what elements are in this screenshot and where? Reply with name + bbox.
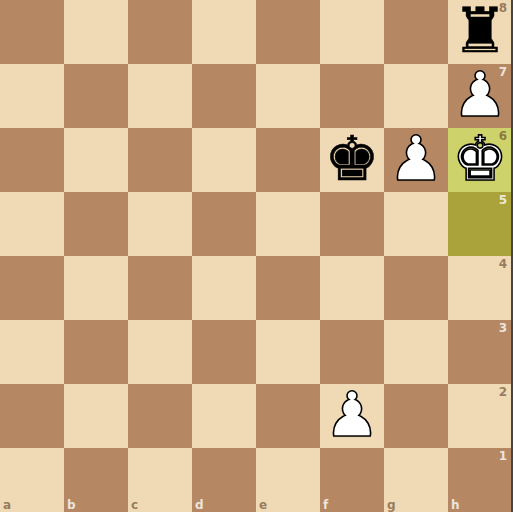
coord-file-a: a (3, 499, 11, 511)
square-b6[interactable] (64, 128, 128, 192)
square-h4[interactable]: 4 (448, 256, 512, 320)
square-a1[interactable]: a (0, 448, 64, 512)
square-d7[interactable] (192, 64, 256, 128)
square-f1[interactable]: f (320, 448, 384, 512)
square-f7[interactable] (320, 64, 384, 128)
square-h3[interactable]: 3 (448, 320, 512, 384)
square-e1[interactable]: e (256, 448, 320, 512)
square-h8[interactable]: ♜8 (448, 0, 512, 64)
square-h2[interactable]: 2 (448, 384, 512, 448)
square-e8[interactable] (256, 0, 320, 64)
coord-rank-3: 3 (499, 322, 507, 334)
square-c8[interactable] (128, 0, 192, 64)
square-d1[interactable]: d (192, 448, 256, 512)
coord-file-c: c (131, 499, 138, 511)
square-f3[interactable] (320, 320, 384, 384)
square-h1[interactable]: 1h (448, 448, 512, 512)
square-b1[interactable]: b (64, 448, 128, 512)
coord-rank-5: 5 (499, 194, 507, 206)
square-g2[interactable] (384, 384, 448, 448)
coord-rank-4: 4 (499, 258, 507, 270)
square-c2[interactable] (128, 384, 192, 448)
square-a3[interactable] (0, 320, 64, 384)
square-c3[interactable] (128, 320, 192, 384)
square-e6[interactable] (256, 128, 320, 192)
coord-rank-1: 1 (499, 450, 507, 462)
piece-white-pawn[interactable]: ♟ (320, 383, 384, 447)
square-b4[interactable] (64, 256, 128, 320)
square-a5[interactable] (0, 192, 64, 256)
piece-white-pawn[interactable]: ♟ (384, 127, 448, 191)
square-c4[interactable] (128, 256, 192, 320)
square-f4[interactable] (320, 256, 384, 320)
square-b5[interactable] (64, 192, 128, 256)
coord-file-f: f (323, 499, 328, 511)
piece-white-king[interactable]: ♚ (448, 127, 512, 191)
square-e7[interactable] (256, 64, 320, 128)
coord-file-h: h (451, 499, 460, 511)
square-g3[interactable] (384, 320, 448, 384)
square-e3[interactable] (256, 320, 320, 384)
square-b8[interactable] (64, 0, 128, 64)
square-g1[interactable]: g (384, 448, 448, 512)
coord-file-e: e (259, 499, 267, 511)
square-a8[interactable] (0, 0, 64, 64)
square-e5[interactable] (256, 192, 320, 256)
square-g6[interactable]: ♟ (384, 128, 448, 192)
coord-file-d: d (195, 499, 204, 511)
square-g5[interactable] (384, 192, 448, 256)
square-d6[interactable] (192, 128, 256, 192)
square-e2[interactable] (256, 384, 320, 448)
square-a6[interactable] (0, 128, 64, 192)
square-h5[interactable]: 5 (448, 192, 512, 256)
square-b3[interactable] (64, 320, 128, 384)
square-b7[interactable] (64, 64, 128, 128)
square-h7[interactable]: ♟7 (448, 64, 512, 128)
coord-file-b: b (67, 499, 76, 511)
square-c6[interactable] (128, 128, 192, 192)
square-b2[interactable] (64, 384, 128, 448)
square-e4[interactable] (256, 256, 320, 320)
square-d8[interactable] (192, 0, 256, 64)
square-g8[interactable] (384, 0, 448, 64)
square-a2[interactable] (0, 384, 64, 448)
square-a4[interactable] (0, 256, 64, 320)
coord-file-g: g (387, 499, 396, 511)
piece-black-rook[interactable]: ♜ (448, 0, 512, 63)
square-f5[interactable] (320, 192, 384, 256)
square-c1[interactable]: c (128, 448, 192, 512)
square-c7[interactable] (128, 64, 192, 128)
square-f2[interactable]: ♟ (320, 384, 384, 448)
square-d5[interactable] (192, 192, 256, 256)
square-g4[interactable] (384, 256, 448, 320)
piece-black-king[interactable]: ♚ (320, 127, 384, 191)
square-a7[interactable] (0, 64, 64, 128)
square-d2[interactable] (192, 384, 256, 448)
chess-board: ♜8♟7♚♟♚6543♟2abcdefg1h (0, 0, 512, 512)
square-f8[interactable] (320, 0, 384, 64)
piece-white-pawn[interactable]: ♟ (448, 63, 512, 127)
coord-rank-2: 2 (499, 386, 507, 398)
chess-app-window: ♜8♟7♚♟♚6543♟2abcdefg1h (0, 0, 513, 512)
square-d3[interactable] (192, 320, 256, 384)
square-f6[interactable]: ♚ (320, 128, 384, 192)
square-c5[interactable] (128, 192, 192, 256)
square-d4[interactable] (192, 256, 256, 320)
square-h6[interactable]: ♚6 (448, 128, 512, 192)
square-g7[interactable] (384, 64, 448, 128)
